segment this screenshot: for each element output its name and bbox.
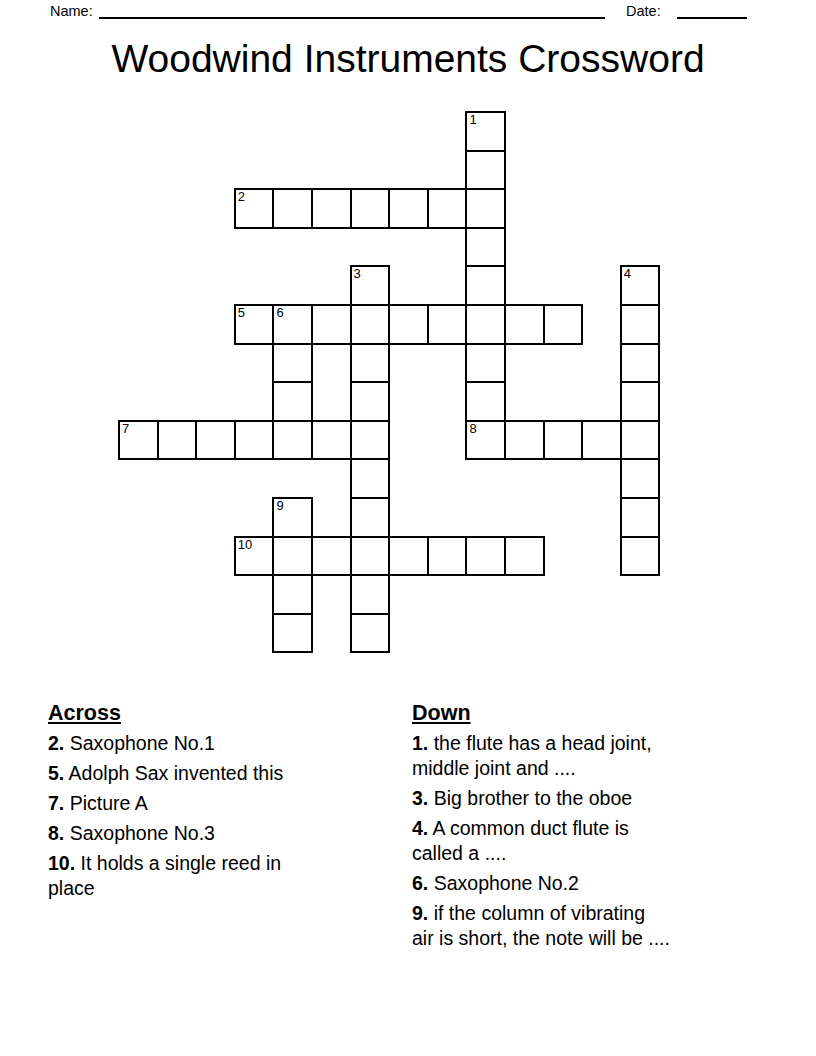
grid-cell[interactable] [620,381,661,422]
grid-cell[interactable] [504,536,545,577]
grid-cell[interactable]: 9 [272,497,313,538]
clue-text: Saxophone No.2 [434,872,579,894]
grid-cell[interactable] [504,304,545,345]
cell-clue-number: 10 [238,538,252,552]
cell-clue-number: 5 [238,306,245,320]
grid-cell[interactable]: 6 [272,304,313,345]
grid-cell[interactable] [157,420,198,461]
grid-cell[interactable] [350,613,391,654]
grid-cell[interactable] [388,536,429,577]
name-label: Name: [50,2,93,20]
grid-cell[interactable] [311,536,352,577]
grid-cell[interactable] [465,304,506,345]
grid-cell[interactable] [311,304,352,345]
grid-cell[interactable] [272,381,313,422]
grid-cell[interactable] [350,574,391,615]
grid-cell[interactable] [581,420,622,461]
grid-cell[interactable] [543,304,584,345]
grid-cell[interactable]: 10 [234,536,275,577]
grid-cell[interactable] [272,613,313,654]
cell-clue-number: 7 [122,422,129,436]
clue-number-label: 8. [48,822,64,844]
grid-cell[interactable] [350,420,391,461]
grid-cell[interactable] [620,497,661,538]
grid-cell[interactable] [272,420,313,461]
down-clue-list: 1. the flute has a head joint, middle jo… [412,731,778,951]
grid-cell[interactable]: 1 [465,111,506,152]
cell-clue-number: 9 [276,499,283,513]
clue-item: 8. Saxophone No.3 [48,821,398,846]
date-label: Date: [626,2,661,20]
clue-item: 3. Big brother to the oboe [412,786,778,811]
grid-cell[interactable] [427,188,468,229]
grid-cell[interactable] [350,536,391,577]
clue-item: 1. the flute has a head joint, middle jo… [412,731,778,781]
crossword-grid: 18234567910 [118,111,662,655]
grid-cell[interactable] [465,381,506,422]
clue-text: Saxophone No.3 [70,822,215,844]
puzzle-title: Woodwind Instruments Crossword [0,36,816,82]
grid-cell[interactable] [311,188,352,229]
grid-cell[interactable] [620,343,661,384]
grid-cell[interactable] [504,420,545,461]
cell-clue-number: 8 [469,422,476,436]
clue-text: if the column of vibrating air is short,… [412,902,670,949]
grid-cell[interactable] [350,497,391,538]
down-clues-section: Down 1. the flute has a head joint, midd… [412,700,778,956]
clue-item: 2. Saxophone No.1 [48,731,398,756]
grid-cell[interactable] [350,458,391,499]
grid-cell[interactable] [427,536,468,577]
across-clue-list: 2. Saxophone No.15. Adolph Sax invented … [48,731,398,901]
grid-cell[interactable] [620,536,661,577]
grid-cell[interactable]: 2 [234,188,275,229]
grid-cell[interactable]: 8 [465,420,506,461]
grid-cell[interactable] [465,343,506,384]
grid-cell[interactable] [195,420,236,461]
cell-clue-number: 6 [276,306,283,320]
across-clues-section: Across 2. Saxophone No.15. Adolph Sax in… [48,700,398,906]
name-blank-line [99,3,605,19]
grid-cell[interactable] [427,304,468,345]
grid-cell[interactable] [350,343,391,384]
grid-cell[interactable]: 3 [350,265,391,306]
grid-cell[interactable] [234,420,275,461]
grid-cell[interactable] [465,150,506,191]
grid-cell[interactable] [311,420,352,461]
clue-text: Big brother to the oboe [434,787,632,809]
clue-number-label: 5. [48,762,64,784]
grid-cell[interactable] [350,381,391,422]
clue-number-label: 1. [412,732,428,754]
clue-item: 6. Saxophone No.2 [412,871,778,896]
clue-number-label: 7. [48,792,64,814]
worksheet-page: Name: Date: Woodwind Instruments Crosswo… [0,0,816,1056]
date-blank-line [677,3,747,19]
cell-clue-number: 2 [238,190,245,204]
clue-item: 10. It holds a single reed in place [48,851,398,901]
clue-text: Saxophone No.1 [70,732,215,754]
clue-item: 9. if the column of vibrating air is sho… [412,901,778,951]
clue-item: 7. Picture A [48,791,398,816]
clue-number-label: 2. [48,732,64,754]
clue-number-label: 4. [412,817,428,839]
clue-text: the flute has a head joint, middle joint… [412,732,652,779]
clue-text: It holds a single reed in place [48,852,281,899]
grid-cell[interactable]: 7 [118,420,159,461]
clue-number-label: 6. [412,872,428,894]
grid-cell[interactable] [465,536,506,577]
clue-item: 4. A common duct flute is called a .... [412,816,778,866]
grid-cell[interactable] [465,227,506,268]
grid-cell[interactable] [620,304,661,345]
grid-cell[interactable] [465,265,506,306]
grid-cell[interactable] [272,188,313,229]
clue-number-label: 3. [412,787,428,809]
grid-cell[interactable] [620,420,661,461]
grid-cell[interactable] [350,304,391,345]
clue-text: A common duct flute is called a .... [412,817,629,864]
grid-cell[interactable] [388,304,429,345]
grid-cell[interactable] [272,343,313,384]
clue-item: 5. Adolph Sax invented this [48,761,398,786]
grid-cell[interactable]: 4 [620,265,661,306]
clue-text: Picture A [70,792,148,814]
grid-cell[interactable] [388,188,429,229]
grid-cell[interactable] [543,420,584,461]
grid-cell[interactable]: 5 [234,304,275,345]
cell-clue-number: 4 [624,267,631,281]
grid-cell[interactable] [620,458,661,499]
clue-number-label: 9. [412,902,428,924]
cell-clue-number: 1 [469,113,476,127]
grid-cell[interactable] [350,188,391,229]
cell-clue-number: 3 [354,267,361,281]
clue-number-label: 10. [48,852,75,874]
across-heading: Across [48,700,398,726]
grid-cell[interactable] [465,188,506,229]
down-heading: Down [412,700,778,726]
grid-cell[interactable] [272,574,313,615]
clue-text: Adolph Sax invented this [69,762,284,784]
grid-cell[interactable] [272,536,313,577]
